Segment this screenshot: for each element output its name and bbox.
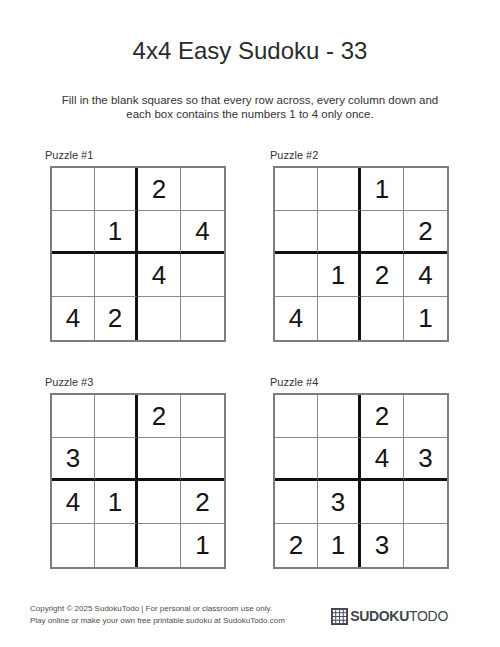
p1-r3c3: 4 [138,254,181,297]
p4-r2c4: 3 [404,438,447,481]
p1-r2c1 [52,211,95,254]
puzzle-3-grid: 2 3 4 1 2 1 [50,393,226,569]
p2-r4c1: 4 [275,297,318,340]
instructions-line-1: Fill in the blank squares so that every … [62,94,439,106]
p4-r1c4 [404,395,447,438]
p1-r3c2 [95,254,138,297]
p2-r3c1 [275,254,318,297]
logo-text-sudoku: SUDOKU [350,608,409,624]
copyright-line-1: Copyright © 2025 SudokuTodo | For person… [30,603,285,615]
p2-r2c4: 2 [404,211,447,254]
p4-r2c3: 4 [361,438,404,481]
puzzle-4-grid: 2 4 3 3 2 1 3 [273,393,449,569]
p3-r3c2: 1 [95,481,138,524]
p3-r3c3 [138,481,181,524]
p4-r3c1 [275,481,318,524]
p2-r3c3: 2 [361,254,404,297]
p1-r2c2: 1 [95,211,138,254]
p1-r1c4 [181,168,224,211]
p3-r4c4: 1 [181,524,224,567]
p4-r1c2 [318,395,361,438]
p3-r2c3 [138,438,181,481]
p3-r4c3 [138,524,181,567]
puzzle-2-label: Puzzle #2 [270,150,318,161]
p4-r2c2 [318,438,361,481]
p4-r4c4 [404,524,447,567]
p3-r1c1 [52,395,95,438]
p2-r2c3 [361,211,404,254]
p1-r4c1: 4 [52,297,95,340]
p4-r3c2: 3 [318,481,361,524]
p3-r2c2 [95,438,138,481]
p3-r3c1: 4 [52,481,95,524]
puzzle-1-grid: 2 1 4 4 4 2 [50,166,226,342]
p3-r1c2 [95,395,138,438]
copyright-line-2: Play online or make your own free printa… [30,615,285,627]
p2-r1c4 [404,168,447,211]
p2-r4c3 [361,297,404,340]
p1-r1c1 [52,168,95,211]
puzzle-3-label: Puzzle #3 [45,377,93,388]
footer-copyright: Copyright © 2025 SudokuTodo | For person… [30,603,285,627]
printable-sudoku-sheet: 4x4 Easy Sudoku - 33 Fill in the blank s… [0,0,500,647]
p1-r3c1 [52,254,95,297]
p1-r2c3 [138,211,181,254]
p4-r1c1 [275,395,318,438]
p2-r1c1 [275,168,318,211]
p4-r4c2: 1 [318,524,361,567]
p2-r1c2 [318,168,361,211]
p3-r1c4 [181,395,224,438]
p1-r2c4: 4 [181,211,224,254]
p2-r2c2 [318,211,361,254]
p3-r3c4: 2 [181,481,224,524]
p1-r4c2: 2 [95,297,138,340]
p1-r1c3: 2 [138,168,181,211]
puzzle-1-label: Puzzle #1 [45,150,93,161]
p3-r1c3: 2 [138,395,181,438]
p1-r1c2 [95,168,138,211]
p4-r3c4 [404,481,447,524]
p1-r3c4 [181,254,224,297]
p3-r2c1: 3 [52,438,95,481]
p3-r2c4 [181,438,224,481]
p4-r1c3: 2 [361,395,404,438]
p2-r3c2: 1 [318,254,361,297]
p2-r4c4: 1 [404,297,447,340]
puzzle-2-grid: 1 2 1 2 4 4 1 [273,166,449,342]
page-title: 4x4 Easy Sudoku - 33 [0,38,500,63]
instructions-line-2: each box contains the numbers 1 to 4 onl… [126,108,373,120]
p2-r4c2 [318,297,361,340]
p1-r4c4 [181,297,224,340]
logo-text-todo: TODO [409,608,448,624]
p2-r3c4: 4 [404,254,447,297]
p4-r3c3 [361,481,404,524]
p3-r4c1 [52,524,95,567]
p4-r4c1: 2 [275,524,318,567]
p2-r1c3: 1 [361,168,404,211]
p1-r4c3 [138,297,181,340]
sudokutodo-logo: SUDOKUTODO [331,606,448,626]
grid-logo-icon [331,608,350,625]
p4-r4c3: 3 [361,524,404,567]
instructions: Fill in the blank squares so that every … [0,94,500,121]
p4-r2c1 [275,438,318,481]
p3-r4c2 [95,524,138,567]
p2-r2c1 [275,211,318,254]
puzzle-4-label: Puzzle #4 [270,377,318,388]
